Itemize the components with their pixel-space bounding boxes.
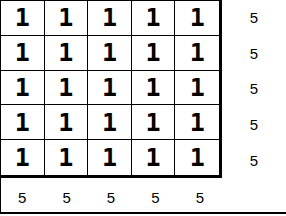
col-sum-2: 5 xyxy=(44,182,88,213)
cell-r1-c2[interactable]: 1 xyxy=(45,1,89,36)
col-sum-3: 5 xyxy=(89,182,133,213)
cell-r3-c1[interactable]: 1 xyxy=(1,71,45,106)
cell-r3-c4[interactable]: 1 xyxy=(132,71,176,106)
row-sum-4: 5 xyxy=(222,107,286,143)
cell-r3-c2[interactable]: 1 xyxy=(45,71,89,106)
cell-r1-c3[interactable]: 1 xyxy=(88,1,132,36)
cell-r2-c1[interactable]: 1 xyxy=(1,36,45,71)
cell-r2-c2[interactable]: 1 xyxy=(45,36,89,71)
row-sum-5: 5 xyxy=(222,142,286,178)
col-sum-5: 5 xyxy=(178,182,222,213)
cell-r1-c5[interactable]: 1 xyxy=(175,1,219,36)
cell-r5-c4[interactable]: 1 xyxy=(132,140,176,175)
cell-r2-c3[interactable]: 1 xyxy=(88,36,132,71)
cell-r2-c5[interactable]: 1 xyxy=(175,36,219,71)
column-totals: 5 5 5 5 5 xyxy=(0,182,222,213)
row-sum-3: 5 xyxy=(222,71,286,107)
cell-r4-c3[interactable]: 1 xyxy=(88,105,132,140)
cell-r4-c1[interactable]: 1 xyxy=(1,105,45,140)
cell-r2-c4[interactable]: 1 xyxy=(132,36,176,71)
row-sum-2: 5 xyxy=(222,36,286,72)
row-sum-1: 5 xyxy=(222,0,286,36)
cell-r5-c1[interactable]: 1 xyxy=(1,140,45,175)
cell-r4-c5[interactable]: 1 xyxy=(175,105,219,140)
cell-r4-c4[interactable]: 1 xyxy=(132,105,176,140)
cell-r5-c5[interactable]: 1 xyxy=(175,140,219,175)
col-sum-4: 5 xyxy=(133,182,177,213)
row-totals: 5 5 5 5 5 xyxy=(222,0,286,178)
cell-r3-c3[interactable]: 1 xyxy=(88,71,132,106)
cell-r1-c1[interactable]: 1 xyxy=(1,1,45,36)
puzzle-sheet: 1 1 1 1 1 1 1 1 1 1 1 1 1 1 1 1 1 1 1 1 … xyxy=(0,0,286,216)
sum-grid: 1 1 1 1 1 1 1 1 1 1 1 1 1 1 1 1 1 1 1 1 … xyxy=(0,0,222,178)
cell-r4-c2[interactable]: 1 xyxy=(45,105,89,140)
cell-r3-c5[interactable]: 1 xyxy=(175,71,219,106)
cell-r5-c3[interactable]: 1 xyxy=(88,140,132,175)
cell-r1-c4[interactable]: 1 xyxy=(132,1,176,36)
cell-r5-c2[interactable]: 1 xyxy=(45,140,89,175)
col-sum-1: 5 xyxy=(0,182,44,213)
